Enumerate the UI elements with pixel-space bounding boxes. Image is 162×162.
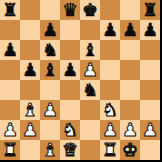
white-queen-d1[interactable]: ♛ — [62, 140, 78, 160]
white-knight-d2[interactable]: ♞ — [62, 120, 78, 140]
square-f4[interactable] — [100, 80, 120, 100]
square-e8[interactable]: ♚ — [80, 0, 100, 20]
square-c1[interactable]: ♝ — [40, 140, 60, 160]
square-h8[interactable]: ♜ — [140, 0, 160, 20]
white-pawn-a2[interactable]: ♟ — [2, 120, 18, 140]
square-e2[interactable] — [80, 120, 100, 140]
square-h2[interactable]: ♟ — [140, 120, 160, 140]
black-pawn-d5[interactable]: ♟ — [62, 60, 78, 80]
square-g8[interactable] — [120, 0, 140, 20]
black-pawn-c7[interactable]: ♟ — [42, 20, 58, 40]
black-rook-a8[interactable]: ♜ — [2, 0, 18, 20]
square-g5[interactable] — [120, 60, 140, 80]
black-queen-d8[interactable]: ♛ — [62, 0, 78, 20]
square-d6[interactable] — [60, 40, 80, 60]
square-f1[interactable]: ♜ — [100, 140, 120, 160]
square-h1[interactable] — [140, 140, 160, 160]
black-rook-h8[interactable]: ♜ — [142, 0, 158, 20]
square-a2[interactable]: ♟ — [0, 120, 20, 140]
square-c7[interactable]: ♟ — [40, 20, 60, 40]
square-c6[interactable]: ♞ — [40, 40, 60, 60]
square-g3[interactable] — [120, 100, 140, 120]
white-pawn-f2[interactable]: ♟ — [102, 120, 118, 140]
white-knight-f3[interactable]: ♞ — [102, 100, 118, 120]
square-c8[interactable] — [40, 0, 60, 20]
square-e7[interactable] — [80, 20, 100, 40]
square-b2[interactable]: ♟ — [20, 120, 40, 140]
square-h3[interactable] — [140, 100, 160, 120]
black-pawn-g7[interactable]: ♟ — [122, 20, 138, 40]
square-a6[interactable]: ♟ — [0, 40, 20, 60]
square-d4[interactable] — [60, 80, 80, 100]
square-b4[interactable] — [20, 80, 40, 100]
square-g1[interactable]: ♚ — [120, 140, 140, 160]
square-a1[interactable]: ♜ — [0, 140, 20, 160]
square-d5[interactable]: ♟ — [60, 60, 80, 80]
square-g6[interactable] — [120, 40, 140, 60]
square-e5[interactable]: ♟ — [80, 60, 100, 80]
white-pawn-e5[interactable]: ♟ — [82, 60, 98, 80]
square-a7[interactable] — [0, 20, 20, 40]
square-a5[interactable] — [0, 60, 20, 80]
white-pawn-b2[interactable]: ♟ — [22, 120, 38, 140]
square-f8[interactable] — [100, 0, 120, 20]
black-bishop-c5[interactable]: ♝ — [42, 60, 58, 80]
black-king-e8[interactable]: ♚ — [82, 0, 98, 20]
black-pawn-h7[interactable]: ♟ — [142, 20, 158, 40]
white-pawn-g2[interactable]: ♟ — [122, 120, 138, 140]
square-d1[interactable]: ♛ — [60, 140, 80, 160]
white-bishop-b3[interactable]: ♝ — [22, 100, 38, 120]
square-h6[interactable] — [140, 40, 160, 60]
square-h4[interactable] — [140, 80, 160, 100]
white-rook-f1[interactable]: ♜ — [102, 140, 118, 160]
square-a4[interactable] — [0, 80, 20, 100]
board-grid: ♜♛♚♜♟♟♟♟♟♞♝♟♝♟♟♞♝♟♞♟♟♞♟♟♟♜♝♛♜♚ — [0, 0, 160, 160]
square-b7[interactable] — [20, 20, 40, 40]
square-g2[interactable]: ♟ — [120, 120, 140, 140]
black-knight-c6[interactable]: ♞ — [42, 40, 58, 60]
square-c4[interactable] — [40, 80, 60, 100]
square-b5[interactable]: ♟ — [20, 60, 40, 80]
black-pawn-f7[interactable]: ♟ — [102, 20, 118, 40]
square-c3[interactable]: ♟ — [40, 100, 60, 120]
square-b6[interactable] — [20, 40, 40, 60]
white-rook-a1[interactable]: ♜ — [2, 140, 18, 160]
square-d8[interactable]: ♛ — [60, 0, 80, 20]
square-e4[interactable]: ♞ — [80, 80, 100, 100]
square-c5[interactable]: ♝ — [40, 60, 60, 80]
square-b3[interactable]: ♝ — [20, 100, 40, 120]
square-f6[interactable] — [100, 40, 120, 60]
square-c2[interactable] — [40, 120, 60, 140]
square-f3[interactable]: ♞ — [100, 100, 120, 120]
black-pawn-b5[interactable]: ♟ — [22, 60, 38, 80]
square-d2[interactable]: ♞ — [60, 120, 80, 140]
white-bishop-c1[interactable]: ♝ — [42, 140, 58, 160]
square-f7[interactable]: ♟ — [100, 20, 120, 40]
black-bishop-e6[interactable]: ♝ — [82, 40, 98, 60]
square-h5[interactable] — [140, 60, 160, 80]
square-g7[interactable]: ♟ — [120, 20, 140, 40]
white-king-g1[interactable]: ♚ — [122, 140, 138, 160]
black-knight-e4[interactable]: ♞ — [82, 80, 98, 100]
square-f2[interactable]: ♟ — [100, 120, 120, 140]
square-e1[interactable] — [80, 140, 100, 160]
square-g4[interactable] — [120, 80, 140, 100]
square-a3[interactable] — [0, 100, 20, 120]
square-d3[interactable] — [60, 100, 80, 120]
square-b8[interactable] — [20, 0, 40, 20]
chess-board: ♜♛♚♜♟♟♟♟♟♞♝♟♝♟♟♞♝♟♞♟♟♞♟♟♟♜♝♛♜♚ — [0, 0, 162, 162]
square-a8[interactable]: ♜ — [0, 0, 20, 20]
square-d7[interactable] — [60, 20, 80, 40]
white-pawn-h2[interactable]: ♟ — [142, 120, 158, 140]
black-pawn-a6[interactable]: ♟ — [2, 40, 18, 60]
white-pawn-c3[interactable]: ♟ — [42, 100, 58, 120]
square-h7[interactable]: ♟ — [140, 20, 160, 40]
square-f5[interactable] — [100, 60, 120, 80]
square-e3[interactable] — [80, 100, 100, 120]
square-e6[interactable]: ♝ — [80, 40, 100, 60]
square-b1[interactable] — [20, 140, 40, 160]
